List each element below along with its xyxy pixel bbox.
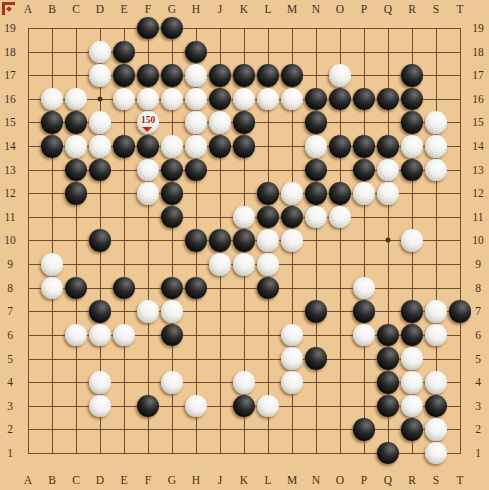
intersection[interactable] — [256, 323, 280, 347]
intersection[interactable] — [424, 371, 448, 395]
intersection[interactable] — [448, 347, 472, 371]
intersection[interactable] — [232, 205, 256, 229]
intersection[interactable] — [112, 252, 136, 276]
intersection[interactable] — [448, 371, 472, 395]
intersection[interactable] — [400, 229, 424, 253]
intersection[interactable] — [280, 441, 304, 465]
intersection[interactable] — [64, 182, 88, 206]
intersection[interactable] — [40, 276, 64, 300]
intersection[interactable] — [64, 40, 88, 64]
intersection[interactable] — [88, 418, 112, 442]
intersection[interactable] — [328, 16, 352, 40]
intersection[interactable] — [232, 182, 256, 206]
intersection[interactable] — [352, 418, 376, 442]
intersection[interactable] — [400, 16, 424, 40]
intersection[interactable] — [232, 394, 256, 418]
intersection[interactable] — [376, 64, 400, 88]
intersection[interactable] — [160, 394, 184, 418]
intersection[interactable] — [304, 111, 328, 135]
intersection[interactable] — [304, 323, 328, 347]
intersection[interactable] — [424, 205, 448, 229]
intersection[interactable] — [160, 134, 184, 158]
intersection[interactable] — [184, 229, 208, 253]
intersection[interactable] — [232, 16, 256, 40]
intersection[interactable] — [280, 64, 304, 88]
intersection[interactable] — [256, 16, 280, 40]
intersection[interactable] — [232, 371, 256, 395]
intersection[interactable] — [208, 229, 232, 253]
intersection[interactable] — [208, 205, 232, 229]
intersection[interactable] — [256, 418, 280, 442]
intersection[interactable] — [136, 323, 160, 347]
intersection[interactable] — [424, 252, 448, 276]
intersection[interactable] — [88, 371, 112, 395]
intersection[interactable] — [256, 158, 280, 182]
intersection[interactable] — [304, 16, 328, 40]
intersection[interactable] — [400, 111, 424, 135]
intersection[interactable]: 150 — [136, 111, 160, 135]
intersection[interactable] — [352, 111, 376, 135]
intersection[interactable] — [40, 323, 64, 347]
intersection[interactable] — [400, 205, 424, 229]
intersection[interactable] — [208, 371, 232, 395]
intersection[interactable] — [184, 323, 208, 347]
intersection[interactable] — [64, 300, 88, 324]
intersection[interactable] — [400, 441, 424, 465]
intersection[interactable] — [184, 276, 208, 300]
intersection[interactable] — [376, 158, 400, 182]
intersection[interactable] — [208, 441, 232, 465]
intersection[interactable] — [352, 347, 376, 371]
intersection[interactable] — [376, 300, 400, 324]
intersection[interactable] — [352, 441, 376, 465]
intersection[interactable] — [352, 40, 376, 64]
intersection[interactable] — [280, 394, 304, 418]
intersection[interactable] — [88, 158, 112, 182]
intersection[interactable] — [136, 134, 160, 158]
intersection[interactable] — [448, 229, 472, 253]
intersection[interactable] — [112, 441, 136, 465]
intersection[interactable] — [376, 323, 400, 347]
intersection[interactable] — [328, 323, 352, 347]
intersection[interactable] — [184, 300, 208, 324]
intersection[interactable] — [304, 347, 328, 371]
intersection[interactable] — [64, 134, 88, 158]
intersection[interactable] — [88, 252, 112, 276]
intersection[interactable] — [352, 229, 376, 253]
intersection[interactable] — [304, 394, 328, 418]
intersection[interactable] — [232, 134, 256, 158]
intersection[interactable] — [112, 40, 136, 64]
intersection[interactable] — [208, 347, 232, 371]
intersection[interactable] — [424, 276, 448, 300]
intersection[interactable] — [256, 182, 280, 206]
intersection[interactable] — [280, 300, 304, 324]
intersection[interactable] — [88, 182, 112, 206]
intersection[interactable] — [232, 252, 256, 276]
intersection[interactable] — [112, 182, 136, 206]
intersection[interactable] — [280, 276, 304, 300]
intersection[interactable] — [280, 347, 304, 371]
intersection[interactable] — [112, 134, 136, 158]
intersection[interactable] — [376, 16, 400, 40]
intersection[interactable] — [376, 205, 400, 229]
intersection[interactable] — [328, 276, 352, 300]
intersection[interactable] — [112, 347, 136, 371]
intersection[interactable] — [16, 40, 40, 64]
intersection[interactable] — [64, 252, 88, 276]
intersection[interactable] — [376, 229, 400, 253]
intersection[interactable] — [184, 158, 208, 182]
intersection[interactable] — [304, 371, 328, 395]
intersection[interactable] — [352, 323, 376, 347]
intersection[interactable] — [424, 64, 448, 88]
intersection[interactable] — [16, 394, 40, 418]
intersection[interactable] — [160, 300, 184, 324]
intersection[interactable] — [184, 371, 208, 395]
intersection[interactable] — [424, 87, 448, 111]
intersection[interactable] — [64, 229, 88, 253]
intersection[interactable] — [424, 441, 448, 465]
intersection[interactable] — [232, 158, 256, 182]
intersection[interactable] — [64, 394, 88, 418]
intersection[interactable] — [304, 40, 328, 64]
intersection[interactable] — [448, 300, 472, 324]
intersection[interactable] — [352, 182, 376, 206]
intersection[interactable] — [184, 418, 208, 442]
intersection[interactable] — [136, 229, 160, 253]
intersection[interactable] — [16, 158, 40, 182]
intersection[interactable] — [112, 300, 136, 324]
intersection[interactable] — [88, 394, 112, 418]
intersection[interactable] — [304, 300, 328, 324]
intersection[interactable] — [280, 16, 304, 40]
intersection[interactable] — [136, 276, 160, 300]
intersection[interactable] — [208, 87, 232, 111]
intersection[interactable] — [280, 182, 304, 206]
intersection[interactable] — [40, 371, 64, 395]
intersection[interactable] — [400, 276, 424, 300]
intersection[interactable] — [424, 111, 448, 135]
intersection[interactable] — [352, 87, 376, 111]
intersection[interactable] — [280, 111, 304, 135]
intersection[interactable] — [16, 229, 40, 253]
intersection[interactable] — [16, 323, 40, 347]
intersection[interactable] — [352, 64, 376, 88]
intersection[interactable] — [304, 158, 328, 182]
intersection[interactable] — [64, 158, 88, 182]
intersection[interactable] — [280, 40, 304, 64]
intersection[interactable] — [40, 182, 64, 206]
intersection[interactable] — [136, 87, 160, 111]
intersection[interactable] — [88, 87, 112, 111]
intersection[interactable] — [232, 111, 256, 135]
intersection[interactable] — [448, 111, 472, 135]
intersection[interactable] — [136, 300, 160, 324]
intersection[interactable] — [304, 182, 328, 206]
intersection[interactable] — [256, 40, 280, 64]
intersection[interactable] — [160, 40, 184, 64]
intersection[interactable] — [184, 87, 208, 111]
intersection[interactable] — [448, 40, 472, 64]
intersection[interactable] — [328, 394, 352, 418]
intersection[interactable] — [88, 300, 112, 324]
intersection[interactable] — [64, 111, 88, 135]
intersection[interactable] — [88, 441, 112, 465]
intersection[interactable] — [88, 229, 112, 253]
intersection[interactable] — [304, 134, 328, 158]
intersection[interactable] — [256, 347, 280, 371]
intersection[interactable] — [424, 394, 448, 418]
intersection[interactable] — [184, 111, 208, 135]
intersection[interactable] — [16, 441, 40, 465]
intersection[interactable] — [64, 276, 88, 300]
intersection[interactable] — [424, 16, 448, 40]
intersection[interactable] — [64, 87, 88, 111]
intersection[interactable] — [424, 134, 448, 158]
intersection[interactable] — [328, 64, 352, 88]
intersection[interactable] — [280, 418, 304, 442]
intersection[interactable] — [280, 134, 304, 158]
intersection[interactable] — [184, 64, 208, 88]
intersection[interactable] — [40, 418, 64, 442]
intersection[interactable] — [16, 16, 40, 40]
intersection[interactable] — [400, 252, 424, 276]
intersection[interactable] — [16, 205, 40, 229]
intersection[interactable] — [256, 64, 280, 88]
intersection[interactable] — [256, 371, 280, 395]
intersection[interactable] — [448, 158, 472, 182]
intersection[interactable] — [232, 229, 256, 253]
intersection[interactable] — [280, 87, 304, 111]
intersection[interactable] — [376, 394, 400, 418]
intersection[interactable] — [352, 300, 376, 324]
intersection[interactable] — [304, 229, 328, 253]
intersection[interactable] — [88, 16, 112, 40]
intersection[interactable] — [232, 347, 256, 371]
intersection[interactable] — [112, 87, 136, 111]
intersection[interactable] — [280, 205, 304, 229]
intersection[interactable] — [64, 16, 88, 40]
intersection[interactable] — [16, 182, 40, 206]
intersection[interactable] — [88, 64, 112, 88]
intersection[interactable] — [208, 252, 232, 276]
intersection[interactable] — [232, 64, 256, 88]
intersection[interactable] — [160, 347, 184, 371]
intersection[interactable] — [304, 252, 328, 276]
intersection[interactable] — [88, 347, 112, 371]
intersection[interactable] — [208, 16, 232, 40]
intersection[interactable] — [160, 252, 184, 276]
intersection[interactable] — [256, 229, 280, 253]
intersection[interactable] — [400, 323, 424, 347]
intersection[interactable] — [376, 347, 400, 371]
intersection[interactable] — [208, 300, 232, 324]
intersection[interactable] — [64, 323, 88, 347]
intersection[interactable] — [160, 205, 184, 229]
intersection[interactable] — [16, 64, 40, 88]
intersection[interactable] — [64, 441, 88, 465]
intersection[interactable] — [16, 87, 40, 111]
intersection[interactable] — [208, 418, 232, 442]
intersection[interactable] — [160, 182, 184, 206]
intersection[interactable] — [328, 347, 352, 371]
intersection[interactable] — [160, 158, 184, 182]
intersection[interactable] — [40, 347, 64, 371]
intersection[interactable] — [16, 111, 40, 135]
intersection[interactable] — [16, 134, 40, 158]
intersection[interactable] — [160, 418, 184, 442]
intersection[interactable] — [136, 441, 160, 465]
intersection[interactable] — [304, 64, 328, 88]
intersection[interactable] — [40, 441, 64, 465]
intersection[interactable] — [112, 158, 136, 182]
intersection[interactable] — [184, 40, 208, 64]
intersection[interactable] — [280, 323, 304, 347]
intersection[interactable] — [304, 205, 328, 229]
intersection[interactable] — [88, 323, 112, 347]
intersection[interactable] — [328, 418, 352, 442]
intersection[interactable] — [448, 276, 472, 300]
intersection[interactable] — [376, 111, 400, 135]
intersection[interactable] — [112, 229, 136, 253]
intersection[interactable] — [256, 394, 280, 418]
intersection[interactable] — [400, 394, 424, 418]
intersection[interactable] — [112, 276, 136, 300]
intersection[interactable] — [352, 158, 376, 182]
intersection[interactable] — [448, 418, 472, 442]
intersection[interactable] — [232, 87, 256, 111]
intersection[interactable] — [328, 134, 352, 158]
intersection[interactable] — [448, 64, 472, 88]
intersection[interactable] — [208, 182, 232, 206]
intersection[interactable] — [184, 205, 208, 229]
intersection[interactable] — [208, 158, 232, 182]
intersection[interactable] — [232, 323, 256, 347]
intersection[interactable] — [112, 418, 136, 442]
intersection[interactable] — [448, 441, 472, 465]
intersection[interactable] — [136, 205, 160, 229]
intersection[interactable] — [448, 323, 472, 347]
intersection[interactable] — [424, 347, 448, 371]
intersection[interactable] — [184, 394, 208, 418]
intersection[interactable] — [40, 16, 64, 40]
intersection[interactable] — [40, 229, 64, 253]
intersection[interactable] — [328, 111, 352, 135]
intersection[interactable] — [208, 40, 232, 64]
intersection[interactable] — [16, 276, 40, 300]
intersection[interactable] — [400, 87, 424, 111]
intersection[interactable] — [424, 182, 448, 206]
intersection[interactable] — [160, 276, 184, 300]
intersection[interactable] — [16, 347, 40, 371]
intersection[interactable] — [40, 40, 64, 64]
intersection[interactable] — [376, 276, 400, 300]
intersection[interactable] — [256, 134, 280, 158]
intersection[interactable] — [352, 16, 376, 40]
intersection[interactable] — [424, 40, 448, 64]
intersection[interactable] — [112, 64, 136, 88]
intersection[interactable] — [184, 441, 208, 465]
intersection[interactable] — [376, 252, 400, 276]
intersection[interactable] — [424, 418, 448, 442]
intersection[interactable] — [256, 205, 280, 229]
intersection[interactable] — [376, 87, 400, 111]
intersection[interactable] — [136, 40, 160, 64]
intersection[interactable] — [16, 300, 40, 324]
intersection[interactable] — [256, 111, 280, 135]
intersection[interactable] — [352, 276, 376, 300]
intersection[interactable] — [208, 111, 232, 135]
intersection[interactable] — [448, 134, 472, 158]
intersection[interactable] — [448, 205, 472, 229]
intersection[interactable] — [184, 182, 208, 206]
intersection[interactable] — [352, 205, 376, 229]
intersection[interactable] — [424, 158, 448, 182]
intersection[interactable] — [400, 347, 424, 371]
intersection[interactable] — [376, 134, 400, 158]
intersection[interactable] — [328, 252, 352, 276]
intersection[interactable] — [112, 111, 136, 135]
intersection[interactable] — [352, 371, 376, 395]
intersection[interactable] — [112, 371, 136, 395]
intersection[interactable] — [88, 40, 112, 64]
intersection[interactable] — [400, 418, 424, 442]
intersection[interactable] — [304, 276, 328, 300]
intersection[interactable] — [160, 64, 184, 88]
intersection[interactable] — [448, 394, 472, 418]
intersection[interactable] — [184, 134, 208, 158]
intersection[interactable] — [208, 394, 232, 418]
intersection[interactable] — [280, 158, 304, 182]
intersection[interactable] — [160, 16, 184, 40]
intersection[interactable] — [208, 276, 232, 300]
intersection[interactable] — [136, 16, 160, 40]
intersection[interactable] — [304, 418, 328, 442]
intersection[interactable] — [424, 300, 448, 324]
intersection[interactable] — [40, 252, 64, 276]
intersection[interactable] — [448, 87, 472, 111]
intersection[interactable] — [400, 40, 424, 64]
intersection[interactable] — [328, 441, 352, 465]
intersection[interactable] — [136, 371, 160, 395]
intersection[interactable] — [376, 418, 400, 442]
intersection[interactable] — [40, 134, 64, 158]
intersection[interactable] — [88, 276, 112, 300]
intersection[interactable] — [136, 252, 160, 276]
intersection[interactable] — [232, 276, 256, 300]
intersection[interactable] — [64, 347, 88, 371]
intersection[interactable] — [256, 276, 280, 300]
intersection[interactable] — [256, 252, 280, 276]
intersection[interactable] — [352, 134, 376, 158]
intersection[interactable] — [16, 371, 40, 395]
intersection[interactable] — [64, 64, 88, 88]
intersection[interactable] — [136, 64, 160, 88]
intersection[interactable] — [112, 323, 136, 347]
intersection[interactable] — [64, 371, 88, 395]
intersection[interactable] — [184, 252, 208, 276]
intersection[interactable] — [328, 158, 352, 182]
intersection[interactable] — [400, 158, 424, 182]
intersection[interactable] — [328, 300, 352, 324]
intersection[interactable] — [88, 111, 112, 135]
intersection[interactable] — [136, 158, 160, 182]
intersection[interactable] — [16, 252, 40, 276]
intersection[interactable] — [400, 371, 424, 395]
intersection[interactable] — [280, 229, 304, 253]
intersection[interactable] — [136, 347, 160, 371]
